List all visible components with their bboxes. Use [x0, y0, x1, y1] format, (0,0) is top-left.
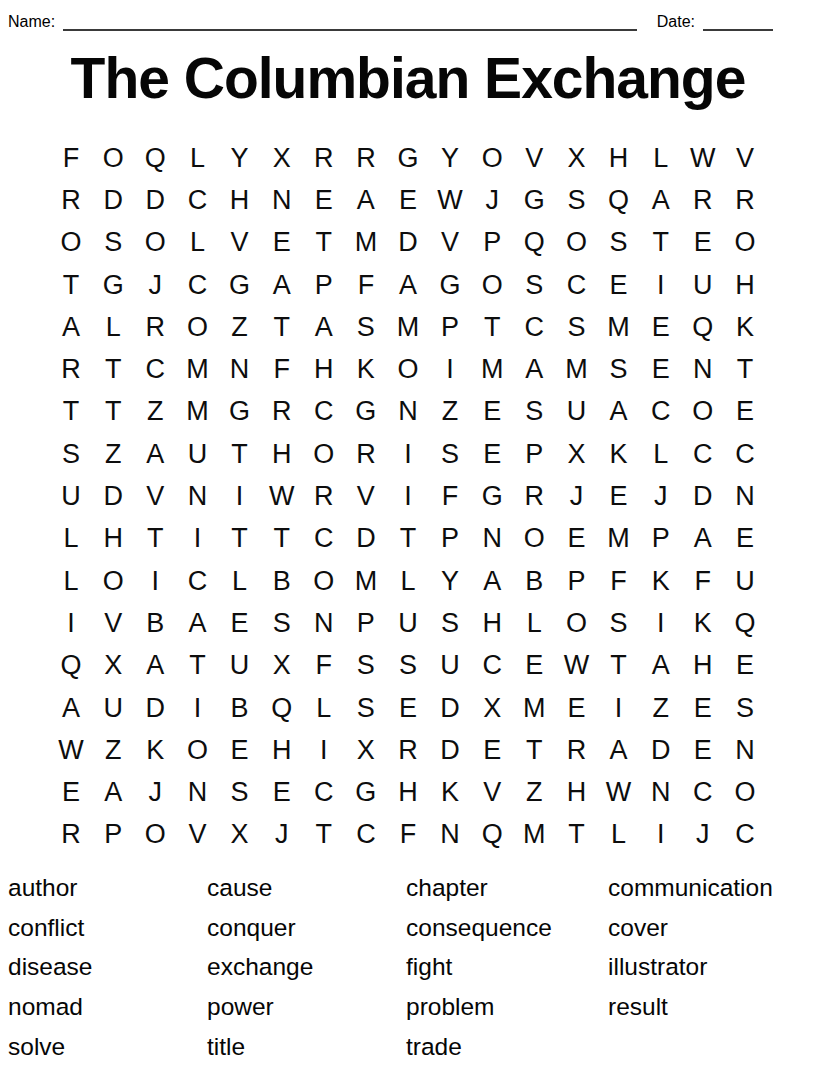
grid-cell-r8c11[interactable]: E: [471, 433, 513, 475]
grid-cell-r10c2[interactable]: H: [92, 518, 134, 560]
grid-cell-r17c1[interactable]: R: [50, 814, 92, 856]
grid-cell-r3c2[interactable]: S: [92, 222, 134, 264]
grid-cell-r14c1[interactable]: A: [50, 687, 92, 729]
grid-cell-r4c16[interactable]: U: [682, 264, 724, 306]
grid-cell-r10c9[interactable]: T: [387, 518, 429, 560]
grid-cell-r17c4[interactable]: V: [176, 814, 218, 856]
word-list-item-disease: disease: [8, 947, 207, 987]
grid-cell-r9c7[interactable]: R: [303, 475, 345, 517]
grid-cell-r12c8[interactable]: P: [345, 602, 387, 644]
grid-cell-r8c1[interactable]: S: [50, 433, 92, 475]
grid-cell-r10c11[interactable]: N: [471, 518, 513, 560]
word-list-item-author: author: [8, 868, 207, 908]
grid-cell-r10c1[interactable]: L: [50, 518, 92, 560]
grid-cell-r5c11[interactable]: T: [471, 306, 513, 348]
grid-cell-r11c4[interactable]: C: [176, 560, 218, 602]
grid-cell-r13c15[interactable]: A: [640, 645, 682, 687]
grid-cell-r13c9[interactable]: S: [387, 645, 429, 687]
grid-cell-r14c13[interactable]: E: [555, 687, 597, 729]
grid-cell-r2c5[interactable]: H: [218, 179, 260, 221]
grid-cell-r7c11[interactable]: E: [471, 391, 513, 433]
grid-cell-r3c5[interactable]: V: [218, 222, 260, 264]
grid-cell-r13c6[interactable]: X: [261, 645, 303, 687]
grid-cell-r9c12[interactable]: R: [513, 475, 555, 517]
grid-cell-r6c5[interactable]: N: [218, 348, 260, 390]
grid-cell-r12c14[interactable]: S: [598, 602, 640, 644]
grid-cell-r14c11[interactable]: X: [471, 687, 513, 729]
grid-cell-r1c9[interactable]: G: [387, 137, 429, 179]
grid-cell-r8c2[interactable]: Z: [92, 433, 134, 475]
grid-cell-r4c4[interactable]: C: [176, 264, 218, 306]
grid-cell-r11c6[interactable]: B: [261, 560, 303, 602]
grid-cell-r12c2[interactable]: V: [92, 602, 134, 644]
grid-cell-r2c14[interactable]: Q: [598, 179, 640, 221]
grid-cell-r17c6[interactable]: J: [261, 814, 303, 856]
grid-cell-r16c15[interactable]: N: [640, 771, 682, 813]
grid-cell-r17c14[interactable]: L: [598, 814, 640, 856]
grid-cell-r1c1[interactable]: F: [50, 137, 92, 179]
grid-cell-r16c16[interactable]: C: [682, 771, 724, 813]
grid-cell-r1c15[interactable]: L: [640, 137, 682, 179]
grid-cell-r5c8[interactable]: S: [345, 306, 387, 348]
grid-cell-r7c16[interactable]: O: [682, 391, 724, 433]
grid-cell-r10c14[interactable]: M: [598, 518, 640, 560]
grid-cell-r16c10[interactable]: K: [429, 771, 471, 813]
grid-cell-r12c16[interactable]: K: [682, 602, 724, 644]
grid-cell-r5c2[interactable]: L: [92, 306, 134, 348]
grid-cell-r15c11[interactable]: E: [471, 729, 513, 771]
grid-cell-r1c12[interactable]: V: [513, 137, 555, 179]
grid-cell-r4c13[interactable]: C: [555, 264, 597, 306]
grid-cell-r3c4[interactable]: L: [176, 222, 218, 264]
grid-cell-r8c7[interactable]: O: [303, 433, 345, 475]
grid-cell-r7c9[interactable]: N: [387, 391, 429, 433]
grid-cell-r5c5[interactable]: Z: [218, 306, 260, 348]
grid-cell-r8c4[interactable]: U: [176, 433, 218, 475]
word-list-item-conflict: conflict: [8, 908, 207, 948]
grid-cell-r15c7[interactable]: I: [303, 729, 345, 771]
grid-cell-r8c8[interactable]: R: [345, 433, 387, 475]
grid-cell-r11c2[interactable]: O: [92, 560, 134, 602]
grid-cell-r16c12[interactable]: Z: [513, 771, 555, 813]
grid-cell-r11c8[interactable]: M: [345, 560, 387, 602]
grid-cell-r4c8[interactable]: F: [345, 264, 387, 306]
grid-cell-r12c9[interactable]: U: [387, 602, 429, 644]
grid-cell-r10c15[interactable]: P: [640, 518, 682, 560]
grid-cell-r16c5[interactable]: S: [218, 771, 260, 813]
grid-cell-r3c17[interactable]: O: [724, 222, 766, 264]
grid-cell-r2c7[interactable]: E: [303, 179, 345, 221]
grid-cell-r17c3[interactable]: O: [134, 814, 176, 856]
grid-cell-r8c12[interactable]: P: [513, 433, 555, 475]
grid-cell-r1c16[interactable]: W: [682, 137, 724, 179]
grid-cell-r11c12[interactable]: B: [513, 560, 555, 602]
grid-cell-r7c17[interactable]: E: [724, 391, 766, 433]
grid-cell-r14c14[interactable]: I: [598, 687, 640, 729]
grid-cell-r4c7[interactable]: P: [303, 264, 345, 306]
grid-cell-r17c8[interactable]: C: [345, 814, 387, 856]
grid-cell-r9c5[interactable]: I: [218, 475, 260, 517]
grid-cell-r6c12[interactable]: A: [513, 348, 555, 390]
grid-cell-r14c2[interactable]: U: [92, 687, 134, 729]
grid-cell-r7c4[interactable]: M: [176, 391, 218, 433]
grid-cell-r10c16[interactable]: A: [682, 518, 724, 560]
word-list-item-trade: trade: [406, 1027, 608, 1067]
grid-cell-r13c3[interactable]: A: [134, 645, 176, 687]
grid-cell-r12c11[interactable]: H: [471, 602, 513, 644]
grid-cell-r5c13[interactable]: S: [555, 306, 597, 348]
grid-cell-r15c9[interactable]: R: [387, 729, 429, 771]
grid-cell-r16c4[interactable]: N: [176, 771, 218, 813]
grid-cell-r1c6[interactable]: X: [261, 137, 303, 179]
grid-cell-r13c13[interactable]: W: [555, 645, 597, 687]
grid-cell-r15c14[interactable]: A: [598, 729, 640, 771]
grid-cell-r15c13[interactable]: R: [555, 729, 597, 771]
grid-cell-r4c6[interactable]: A: [261, 264, 303, 306]
grid-cell-r17c7[interactable]: T: [303, 814, 345, 856]
grid-cell-r5c3[interactable]: R: [134, 306, 176, 348]
grid-cell-r2c11[interactable]: J: [471, 179, 513, 221]
grid-cell-r13c16[interactable]: H: [682, 645, 724, 687]
grid-cell-r1c10[interactable]: Y: [429, 137, 471, 179]
grid-cell-r16c6[interactable]: E: [261, 771, 303, 813]
grid-cell-r9c1[interactable]: U: [50, 475, 92, 517]
grid-cell-r17c11[interactable]: Q: [471, 814, 513, 856]
grid-cell-r6c9[interactable]: O: [387, 348, 429, 390]
grid-cell-r9c6[interactable]: W: [261, 475, 303, 517]
grid-cell-r2c3[interactable]: D: [134, 179, 176, 221]
grid-cell-r16c14[interactable]: W: [598, 771, 640, 813]
grid-cell-r1c14[interactable]: H: [598, 137, 640, 179]
grid-cell-r8c9[interactable]: I: [387, 433, 429, 475]
grid-cell-r11c3[interactable]: I: [134, 560, 176, 602]
grid-cell-r6c11[interactable]: M: [471, 348, 513, 390]
grid-cell-r8c5[interactable]: T: [218, 433, 260, 475]
grid-cell-r15c2[interactable]: Z: [92, 729, 134, 771]
grid-cell-r4c5[interactable]: G: [218, 264, 260, 306]
grid-cell-r3c6[interactable]: E: [261, 222, 303, 264]
grid-cell-r5c10[interactable]: P: [429, 306, 471, 348]
grid-cell-r9c9[interactable]: I: [387, 475, 429, 517]
grid-cell-r15c12[interactable]: T: [513, 729, 555, 771]
grid-cell-r3c9[interactable]: D: [387, 222, 429, 264]
name-label: Name:: [8, 13, 55, 31]
grid-cell-r1c8[interactable]: R: [345, 137, 387, 179]
grid-cell-r4c10[interactable]: G: [429, 264, 471, 306]
grid-cell-r5c17[interactable]: K: [724, 306, 766, 348]
grid-cell-r2c15[interactable]: A: [640, 179, 682, 221]
grid-cell-r5c9[interactable]: M: [387, 306, 429, 348]
grid-cell-r5c1[interactable]: A: [50, 306, 92, 348]
grid-cell-r12c13[interactable]: O: [555, 602, 597, 644]
grid-cell-r8c16[interactable]: C: [682, 433, 724, 475]
grid-cell-r8c14[interactable]: K: [598, 433, 640, 475]
grid-cell-r4c3[interactable]: J: [134, 264, 176, 306]
grid-cell-r13c5[interactable]: U: [218, 645, 260, 687]
grid-cell-r2c12[interactable]: G: [513, 179, 555, 221]
grid-cell-r7c13[interactable]: U: [555, 391, 597, 433]
grid-cell-r17c12[interactable]: M: [513, 814, 555, 856]
grid-cell-r15c15[interactable]: D: [640, 729, 682, 771]
grid-cell-r14c6[interactable]: Q: [261, 687, 303, 729]
grid-cell-r1c2[interactable]: O: [92, 137, 134, 179]
grid-cell-r2c2[interactable]: D: [92, 179, 134, 221]
grid-cell-r6c14[interactable]: S: [598, 348, 640, 390]
grid-cell-r9c15[interactable]: J: [640, 475, 682, 517]
grid-cell-r15c6[interactable]: H: [261, 729, 303, 771]
grid-cell-r15c16[interactable]: E: [682, 729, 724, 771]
grid-cell-r4c1[interactable]: T: [50, 264, 92, 306]
grid-cell-r12c10[interactable]: S: [429, 602, 471, 644]
grid-cell-r4c9[interactable]: A: [387, 264, 429, 306]
grid-cell-r14c5[interactable]: B: [218, 687, 260, 729]
header: Name: Date:: [0, 0, 816, 31]
grid-cell-r14c16[interactable]: E: [682, 687, 724, 729]
grid-cell-r15c17[interactable]: N: [724, 729, 766, 771]
grid-cell-r6c2[interactable]: T: [92, 348, 134, 390]
grid-cell-r1c7[interactable]: R: [303, 137, 345, 179]
grid-cell-r5c14[interactable]: M: [598, 306, 640, 348]
grid-cell-r16c2[interactable]: A: [92, 771, 134, 813]
grid-cell-r11c7[interactable]: O: [303, 560, 345, 602]
grid-cell-r15c5[interactable]: E: [218, 729, 260, 771]
grid-cell-r5c15[interactable]: E: [640, 306, 682, 348]
grid-cell-r8c17[interactable]: C: [724, 433, 766, 475]
grid-cell-r4c11[interactable]: O: [471, 264, 513, 306]
grid-cell-r3c8[interactable]: M: [345, 222, 387, 264]
grid-cell-r10c3[interactable]: T: [134, 518, 176, 560]
grid-cell-r2c17[interactable]: R: [724, 179, 766, 221]
grid-cell-r17c16[interactable]: J: [682, 814, 724, 856]
grid-cell-r12c7[interactable]: N: [303, 602, 345, 644]
grid-cell-r15c10[interactable]: D: [429, 729, 471, 771]
grid-cell-r9c14[interactable]: E: [598, 475, 640, 517]
grid-cell-r6c10[interactable]: I: [429, 348, 471, 390]
grid-cell-r3c12[interactable]: Q: [513, 222, 555, 264]
grid-cell-r8c15[interactable]: L: [640, 433, 682, 475]
grid-cell-r14c10[interactable]: D: [429, 687, 471, 729]
grid-cell-r13c10[interactable]: U: [429, 645, 471, 687]
grid-cell-r14c12[interactable]: M: [513, 687, 555, 729]
name-blank-line[interactable]: [63, 13, 637, 31]
grid-cell-r4c2[interactable]: G: [92, 264, 134, 306]
grid-cell-r16c13[interactable]: H: [555, 771, 597, 813]
grid-cell-r3c3[interactable]: O: [134, 222, 176, 264]
grid-cell-r9c3[interactable]: V: [134, 475, 176, 517]
grid-cell-r9c17[interactable]: N: [724, 475, 766, 517]
grid-cell-r7c6[interactable]: R: [261, 391, 303, 433]
grid-cell-r14c15[interactable]: Z: [640, 687, 682, 729]
grid-cell-r10c10[interactable]: P: [429, 518, 471, 560]
word-list-item-result: result: [608, 987, 808, 1027]
grid-cell-r6c8[interactable]: K: [345, 348, 387, 390]
grid-cell-r6c3[interactable]: C: [134, 348, 176, 390]
grid-cell-r5c4[interactable]: O: [176, 306, 218, 348]
grid-cell-r15c3[interactable]: K: [134, 729, 176, 771]
grid-cell-r1c11[interactable]: O: [471, 137, 513, 179]
grid-cell-r14c17[interactable]: S: [724, 687, 766, 729]
grid-cell-r13c8[interactable]: S: [345, 645, 387, 687]
grid-cell-r17c15[interactable]: I: [640, 814, 682, 856]
grid-cell-r8c13[interactable]: X: [555, 433, 597, 475]
grid-cell-r8c6[interactable]: H: [261, 433, 303, 475]
grid-cell-r10c13[interactable]: E: [555, 518, 597, 560]
grid-cell-r5c7[interactable]: A: [303, 306, 345, 348]
grid-cell-r9c13[interactable]: J: [555, 475, 597, 517]
word-list-item-nomad: nomad: [8, 987, 207, 1027]
grid-cell-r16c8[interactable]: G: [345, 771, 387, 813]
grid-cell-r16c7[interactable]: C: [303, 771, 345, 813]
grid-cell-r1c13[interactable]: X: [555, 137, 597, 179]
grid-cell-r1c3[interactable]: Q: [134, 137, 176, 179]
grid-cell-r3c10[interactable]: V: [429, 222, 471, 264]
grid-cell-r12c3[interactable]: B: [134, 602, 176, 644]
grid-cell-r7c1[interactable]: T: [50, 391, 92, 433]
grid-cell-r7c3[interactable]: Z: [134, 391, 176, 433]
grid-cell-r14c8[interactable]: S: [345, 687, 387, 729]
grid-cell-r6c15[interactable]: E: [640, 348, 682, 390]
grid-cell-r2c16[interactable]: R: [682, 179, 724, 221]
grid-cell-r17c10[interactable]: N: [429, 814, 471, 856]
grid-cell-r2c8[interactable]: A: [345, 179, 387, 221]
grid-cell-r11c10[interactable]: Y: [429, 560, 471, 602]
grid-cell-r12c5[interactable]: E: [218, 602, 260, 644]
grid-cell-r6c4[interactable]: M: [176, 348, 218, 390]
grid-cell-r3c7[interactable]: T: [303, 222, 345, 264]
grid-cell-r5c12[interactable]: C: [513, 306, 555, 348]
grid-cell-r12c4[interactable]: A: [176, 602, 218, 644]
grid-cell-r7c2[interactable]: T: [92, 391, 134, 433]
grid-cell-r7c10[interactable]: Z: [429, 391, 471, 433]
grid-cell-r13c12[interactable]: E: [513, 645, 555, 687]
grid-cell-r11c14[interactable]: F: [598, 560, 640, 602]
grid-cell-r1c17[interactable]: V: [724, 137, 766, 179]
grid-cell-r10c4[interactable]: I: [176, 518, 218, 560]
grid-cell-r2c9[interactable]: E: [387, 179, 429, 221]
grid-cell-r3c13[interactable]: O: [555, 222, 597, 264]
grid-cell-r2c4[interactable]: C: [176, 179, 218, 221]
grid-cell-r13c17[interactable]: E: [724, 645, 766, 687]
grid-cell-r12c17[interactable]: Q: [724, 602, 766, 644]
grid-cell-r2c10[interactable]: W: [429, 179, 471, 221]
grid-cell-r3c11[interactable]: P: [471, 222, 513, 264]
grid-cell-r10c6[interactable]: T: [261, 518, 303, 560]
grid-cell-r15c1[interactable]: W: [50, 729, 92, 771]
grid-cell-r3c14[interactable]: S: [598, 222, 640, 264]
grid-cell-r9c4[interactable]: N: [176, 475, 218, 517]
grid-cell-r1c4[interactable]: L: [176, 137, 218, 179]
grid-cell-r13c2[interactable]: X: [92, 645, 134, 687]
grid-cell-r6c1[interactable]: R: [50, 348, 92, 390]
grid-cell-r7c8[interactable]: G: [345, 391, 387, 433]
grid-cell-r11c16[interactable]: F: [682, 560, 724, 602]
grid-cell-r16c1[interactable]: E: [50, 771, 92, 813]
grid-cell-r13c11[interactable]: C: [471, 645, 513, 687]
grid-cell-r17c9[interactable]: F: [387, 814, 429, 856]
grid-cell-r13c1[interactable]: Q: [50, 645, 92, 687]
grid-cell-r16c9[interactable]: H: [387, 771, 429, 813]
grid-cell-r7c14[interactable]: A: [598, 391, 640, 433]
grid-cell-r12c1[interactable]: I: [50, 602, 92, 644]
grid-cell-r9c8[interactable]: V: [345, 475, 387, 517]
grid-cell-r11c9[interactable]: L: [387, 560, 429, 602]
grid-cell-r12c15[interactable]: I: [640, 602, 682, 644]
grid-cell-r14c9[interactable]: E: [387, 687, 429, 729]
grid-cell-r14c3[interactable]: D: [134, 687, 176, 729]
grid-cell-r7c5[interactable]: G: [218, 391, 260, 433]
grid-cell-r9c11[interactable]: G: [471, 475, 513, 517]
grid-cell-r6c17[interactable]: T: [724, 348, 766, 390]
grid-cell-r12c6[interactable]: S: [261, 602, 303, 644]
grid-cell-r14c4[interactable]: I: [176, 687, 218, 729]
grid-cell-r9c10[interactable]: F: [429, 475, 471, 517]
grid-cell-r5c16[interactable]: Q: [682, 306, 724, 348]
grid-cell-r16c3[interactable]: J: [134, 771, 176, 813]
grid-cell-r10c5[interactable]: T: [218, 518, 260, 560]
grid-cell-r8c10[interactable]: S: [429, 433, 471, 475]
grid-cell-r3c16[interactable]: E: [682, 222, 724, 264]
grid-cell-r16c11[interactable]: V: [471, 771, 513, 813]
grid-cell-r2c1[interactable]: R: [50, 179, 92, 221]
grid-cell-r13c14[interactable]: T: [598, 645, 640, 687]
grid-cell-r7c7[interactable]: C: [303, 391, 345, 433]
grid-cell-r11c15[interactable]: K: [640, 560, 682, 602]
worksheet-page: Name: Date: The Columbian Exchange FOQLY…: [0, 0, 816, 1083]
grid-cell-r10c12[interactable]: O: [513, 518, 555, 560]
grid-cell-r17c2[interactable]: P: [92, 814, 134, 856]
grid-cell-r11c5[interactable]: L: [218, 560, 260, 602]
grid-cell-r7c12[interactable]: S: [513, 391, 555, 433]
grid-cell-r1c5[interactable]: Y: [218, 137, 260, 179]
grid-cell-r2c13[interactable]: S: [555, 179, 597, 221]
grid-cell-r6c6[interactable]: F: [261, 348, 303, 390]
grid-cell-r2c6[interactable]: N: [261, 179, 303, 221]
grid-cell-r11c11[interactable]: A: [471, 560, 513, 602]
grid-cell-r4c12[interactable]: S: [513, 264, 555, 306]
grid-cell-r15c4[interactable]: O: [176, 729, 218, 771]
grid-cell-r16c17[interactable]: O: [724, 771, 766, 813]
grid-cell-r11c13[interactable]: P: [555, 560, 597, 602]
grid-cell-r10c7[interactable]: C: [303, 518, 345, 560]
grid-cell-r13c4[interactable]: T: [176, 645, 218, 687]
grid-cell-r13c7[interactable]: F: [303, 645, 345, 687]
date-blank-line[interactable]: [703, 13, 773, 31]
grid-cell-r7c15[interactable]: C: [640, 391, 682, 433]
grid-cell-r3c1[interactable]: O: [50, 222, 92, 264]
grid-cell-r6c16[interactable]: N: [682, 348, 724, 390]
grid-cell-r9c16[interactable]: D: [682, 475, 724, 517]
grid-cell-r3c15[interactable]: T: [640, 222, 682, 264]
grid-cell-r8c3[interactable]: A: [134, 433, 176, 475]
grid-cell-r10c8[interactable]: D: [345, 518, 387, 560]
grid-cell-r17c17[interactable]: C: [724, 814, 766, 856]
grid-cell-r4c15[interactable]: I: [640, 264, 682, 306]
grid-cell-r10c17[interactable]: E: [724, 518, 766, 560]
grid-cell-r4c14[interactable]: E: [598, 264, 640, 306]
grid-cell-r6c7[interactable]: H: [303, 348, 345, 390]
grid-cell-r17c5[interactable]: X: [218, 814, 260, 856]
grid-cell-r4c17[interactable]: H: [724, 264, 766, 306]
grid-cell-r17c13[interactable]: T: [555, 814, 597, 856]
grid-cell-r9c2[interactable]: D: [92, 475, 134, 517]
grid-cell-r12c12[interactable]: L: [513, 602, 555, 644]
grid-cell-r11c1[interactable]: L: [50, 560, 92, 602]
grid-cell-r5c6[interactable]: T: [261, 306, 303, 348]
grid-cell-r14c7[interactable]: L: [303, 687, 345, 729]
grid-cell-r6c13[interactable]: M: [555, 348, 597, 390]
grid-cell-r11c17[interactable]: U: [724, 560, 766, 602]
grid-cell-r15c8[interactable]: X: [345, 729, 387, 771]
